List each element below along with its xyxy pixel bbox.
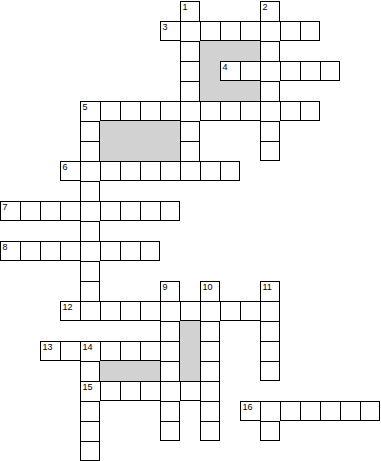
cell-r20c12[interactable]: 16 (240, 401, 260, 421)
cell-r20c13[interactable] (260, 401, 280, 421)
cell-r12c2[interactable] (40, 241, 60, 261)
crossword-page: 12345678910111213141516 (0, 0, 381, 461)
cell-r20c16[interactable] (320, 401, 340, 421)
cell-r15c4[interactable] (80, 301, 100, 321)
cell-r9c4[interactable] (80, 181, 100, 201)
cell-r15c3[interactable]: 12 (60, 301, 80, 321)
cell-r18c8[interactable] (160, 361, 180, 381)
cell-r5c8[interactable] (160, 101, 180, 121)
shaded-cell-r6c8 (160, 121, 180, 141)
shaded-cell-r2c11 (220, 41, 240, 61)
shaded-cell-r16c9 (180, 321, 200, 341)
cell-r15c5[interactable] (100, 301, 120, 321)
cell-r20c8[interactable] (160, 401, 180, 421)
cell-r19c9[interactable] (180, 381, 200, 401)
cell-r15c6[interactable] (120, 301, 140, 321)
cell-r7c9[interactable] (180, 141, 200, 161)
cell-r10c4[interactable] (80, 201, 100, 221)
cell-r20c10[interactable] (200, 401, 220, 421)
cell-r5c4[interactable]: 5 (80, 101, 100, 121)
cell-r10c7[interactable] (140, 201, 160, 221)
cell-r5c15[interactable] (300, 101, 320, 121)
shaded-cell-r18c9 (180, 361, 200, 381)
cell-r6c13[interactable] (260, 121, 280, 141)
cell-r10c1[interactable] (20, 201, 40, 221)
cell-r8c6[interactable] (120, 161, 140, 181)
cell-r1c9[interactable] (180, 21, 200, 41)
cell-r12c5[interactable] (100, 241, 120, 261)
shaded-cell-r18c7 (140, 361, 160, 381)
cell-r19c7[interactable] (140, 381, 160, 401)
cell-r15c8[interactable] (160, 301, 180, 321)
cell-r7c4[interactable] (80, 141, 100, 161)
cell-r3c13[interactable] (260, 61, 280, 81)
clue-number-5: 5 (83, 102, 88, 112)
cell-r18c10[interactable] (200, 361, 220, 381)
shaded-cell-r4c11 (220, 81, 240, 101)
cell-r15c11[interactable] (220, 301, 240, 321)
cell-r16c10[interactable] (200, 321, 220, 341)
crossword-board: 12345678910111213141516 (0, 1, 380, 461)
shaded-cell-r6c5 (100, 121, 120, 141)
cell-r11c4[interactable] (80, 221, 100, 241)
cell-r21c8[interactable] (160, 421, 180, 441)
clue-number-8: 8 (3, 242, 8, 252)
cell-r21c13[interactable] (260, 421, 280, 441)
shaded-cell-r2c12 (240, 41, 260, 61)
cell-r15c12[interactable] (240, 301, 260, 321)
cell-r8c5[interactable] (100, 161, 120, 181)
cell-r18c4[interactable] (80, 361, 100, 381)
cell-r12c7[interactable] (140, 241, 160, 261)
shaded-cell-r4c12 (240, 81, 260, 101)
shaded-cell-r7c8 (160, 141, 180, 161)
cell-r5c5[interactable] (100, 101, 120, 121)
cell-r1c13[interactable] (260, 21, 280, 41)
cell-r13c4[interactable] (80, 261, 100, 281)
cell-r6c4[interactable] (80, 121, 100, 141)
cell-r1c8[interactable]: 3 (160, 21, 180, 41)
cell-r4c9[interactable] (180, 81, 200, 101)
cell-r5c10[interactable] (200, 101, 220, 121)
cell-r4c13[interactable] (260, 81, 280, 101)
cell-r16c13[interactable] (260, 321, 280, 341)
cell-r5c6[interactable] (120, 101, 140, 121)
cell-r10c5[interactable] (100, 201, 120, 221)
cell-r20c14[interactable] (280, 401, 300, 421)
cell-r20c17[interactable] (340, 401, 360, 421)
clue-number-1: 1 (183, 2, 188, 12)
clue-number-2: 2 (263, 2, 268, 12)
cell-r3c9[interactable] (180, 61, 200, 81)
cell-r14c4[interactable] (80, 281, 100, 301)
cell-r14c8[interactable]: 9 (160, 281, 180, 301)
cell-r19c10[interactable] (200, 381, 220, 401)
cell-r5c9[interactable] (180, 101, 200, 121)
shaded-cell-r18c6 (120, 361, 140, 381)
cell-r10c6[interactable] (120, 201, 140, 221)
cell-r5c13[interactable] (260, 101, 280, 121)
cell-r8c3[interactable]: 6 (60, 161, 80, 181)
cell-r12c4[interactable] (80, 241, 100, 261)
cell-r5c11[interactable] (220, 101, 240, 121)
cell-r8c9[interactable] (180, 161, 200, 181)
cell-r3c15[interactable] (300, 61, 320, 81)
clue-number-15: 15 (83, 382, 93, 392)
clue-number-3: 3 (163, 22, 168, 32)
cell-r1c11[interactable] (220, 21, 240, 41)
cell-r17c10[interactable] (200, 341, 220, 361)
cell-r8c7[interactable] (140, 161, 160, 181)
cell-r5c7[interactable] (140, 101, 160, 121)
shaded-cell-r3c10 (200, 61, 220, 81)
shaded-cell-r4c10 (200, 81, 220, 101)
clue-number-7: 7 (3, 202, 8, 212)
cell-r5c12[interactable] (240, 101, 260, 121)
cell-r1c10[interactable] (200, 21, 220, 41)
cell-r8c11[interactable] (220, 161, 240, 181)
cell-r14c13[interactable]: 11 (260, 281, 280, 301)
cell-r19c8[interactable] (160, 381, 180, 401)
cell-r17c7[interactable] (140, 341, 160, 361)
cell-r19c6[interactable] (120, 381, 140, 401)
cell-r8c8[interactable] (160, 161, 180, 181)
cell-r12c6[interactable] (120, 241, 140, 261)
cell-r15c7[interactable] (140, 301, 160, 321)
cell-r17c13[interactable] (260, 341, 280, 361)
cell-r0c13[interactable]: 2 (260, 1, 280, 21)
cell-r17c3[interactable] (60, 341, 80, 361)
cell-r3c12[interactable] (240, 61, 260, 81)
shaded-cell-r17c9 (180, 341, 200, 361)
cell-r22c4[interactable] (80, 441, 100, 461)
cell-r10c3[interactable] (60, 201, 80, 221)
cell-r3c14[interactable] (280, 61, 300, 81)
cell-r1c15[interactable] (300, 21, 320, 41)
shaded-cell-r7c6 (120, 141, 140, 161)
clue-number-9: 9 (163, 282, 168, 292)
cell-r15c10[interactable] (200, 301, 220, 321)
cell-r17c5[interactable] (100, 341, 120, 361)
cell-r0c9[interactable]: 1 (180, 1, 200, 21)
cell-r14c10[interactable]: 10 (200, 281, 220, 301)
cell-r19c5[interactable] (100, 381, 120, 401)
cell-r20c4[interactable] (80, 401, 100, 421)
shaded-cell-r2c10 (200, 41, 220, 61)
cell-r17c4[interactable]: 14 (80, 341, 100, 361)
shaded-cell-r18c5 (100, 361, 120, 381)
clue-number-16: 16 (243, 402, 253, 412)
cell-r2c9[interactable] (180, 41, 200, 61)
cell-r8c10[interactable] (200, 161, 220, 181)
cell-r18c13[interactable] (260, 361, 280, 381)
cell-r1c14[interactable] (280, 21, 300, 41)
cell-r3c11[interactable]: 4 (220, 61, 240, 81)
cell-r15c13[interactable] (260, 301, 280, 321)
clue-number-4: 4 (223, 62, 228, 72)
cell-r21c10[interactable] (200, 421, 220, 441)
cell-r21c4[interactable] (80, 421, 100, 441)
cell-r17c8[interactable] (160, 341, 180, 361)
cell-r12c1[interactable] (20, 241, 40, 261)
shaded-cell-r7c7 (140, 141, 160, 161)
cell-r5c14[interactable] (280, 101, 300, 121)
cell-r16c8[interactable] (160, 321, 180, 341)
cell-r10c0[interactable]: 7 (0, 201, 20, 221)
clue-number-11: 11 (263, 282, 272, 292)
shaded-cell-r6c7 (140, 121, 160, 141)
clue-number-14: 14 (83, 342, 93, 352)
cell-r3c16[interactable] (320, 61, 340, 81)
clue-number-13: 13 (43, 342, 53, 352)
cell-r20c15[interactable] (300, 401, 320, 421)
clue-number-6: 6 (63, 162, 68, 172)
cell-r20c18[interactable] (360, 401, 380, 421)
clue-number-10: 10 (203, 282, 213, 292)
cell-r1c12[interactable] (240, 21, 260, 41)
cell-r12c0[interactable]: 8 (0, 241, 20, 261)
cell-r6c9[interactable] (180, 121, 200, 141)
cell-r19c4[interactable]: 15 (80, 381, 100, 401)
cell-r17c6[interactable] (120, 341, 140, 361)
cell-r2c13[interactable] (260, 41, 280, 61)
cell-r17c2[interactable]: 13 (40, 341, 60, 361)
cell-r7c13[interactable] (260, 141, 280, 161)
cell-r10c2[interactable] (40, 201, 60, 221)
clue-number-12: 12 (63, 302, 73, 312)
cell-r12c3[interactable] (60, 241, 80, 261)
cell-r15c9[interactable] (180, 301, 200, 321)
shaded-cell-r7c5 (100, 141, 120, 161)
cell-r10c8[interactable] (160, 201, 180, 221)
shaded-cell-r6c6 (120, 121, 140, 141)
cell-r8c4[interactable] (80, 161, 100, 181)
